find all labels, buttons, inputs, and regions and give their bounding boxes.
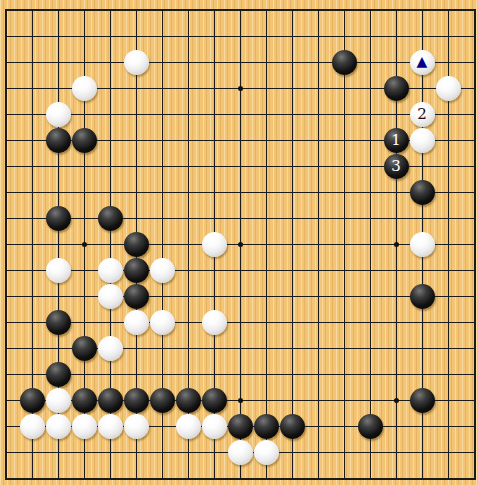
- board-cell[interactable]: [0, 413, 19, 439]
- board-cell[interactable]: [45, 257, 71, 283]
- board-cell[interactable]: [149, 309, 175, 335]
- board-cell[interactable]: [383, 179, 409, 205]
- board-cell[interactable]: [461, 361, 478, 387]
- board-cell[interactable]: [357, 101, 383, 127]
- board-cell[interactable]: [19, 439, 45, 465]
- board-cell[interactable]: [227, 0, 253, 23]
- board-cell[interactable]: [201, 153, 227, 179]
- board-cell[interactable]: [253, 413, 279, 439]
- board-cell[interactable]: [71, 23, 97, 49]
- board-cell[interactable]: [71, 231, 97, 257]
- board-cell[interactable]: [0, 75, 19, 101]
- board-cell[interactable]: [461, 153, 478, 179]
- board-cell[interactable]: [19, 413, 45, 439]
- board-cell[interactable]: [149, 127, 175, 153]
- board-cell[interactable]: [0, 283, 19, 309]
- board-cell[interactable]: [357, 335, 383, 361]
- board-cell[interactable]: [0, 23, 19, 49]
- board-cell[interactable]: [383, 361, 409, 387]
- board-cell[interactable]: [0, 205, 19, 231]
- board-cell[interactable]: [149, 413, 175, 439]
- board-cell[interactable]: [383, 101, 409, 127]
- board-cell[interactable]: [383, 49, 409, 75]
- board-cell[interactable]: [305, 257, 331, 283]
- board-cell[interactable]: [19, 49, 45, 75]
- board-cell[interactable]: [279, 127, 305, 153]
- board-cell[interactable]: [435, 465, 461, 485]
- board-cell[interactable]: [71, 439, 97, 465]
- board-cell[interactable]: [45, 153, 71, 179]
- board-cell[interactable]: [71, 309, 97, 335]
- board-cell[interactable]: 3: [383, 153, 409, 179]
- board-cell[interactable]: [19, 127, 45, 153]
- board-cell[interactable]: [71, 179, 97, 205]
- board-cell[interactable]: [227, 49, 253, 75]
- board-cell[interactable]: [253, 361, 279, 387]
- board-cell[interactable]: [435, 361, 461, 387]
- board-cell[interactable]: [149, 465, 175, 485]
- board-cell[interactable]: [409, 439, 435, 465]
- board-cell[interactable]: [71, 101, 97, 127]
- board-cell[interactable]: [461, 75, 478, 101]
- board-cell[interactable]: [253, 231, 279, 257]
- board-cell[interactable]: [409, 23, 435, 49]
- board-cell[interactable]: 2: [409, 101, 435, 127]
- board-cell[interactable]: [0, 309, 19, 335]
- board-cell[interactable]: [149, 75, 175, 101]
- board-cell[interactable]: [331, 231, 357, 257]
- board-cell[interactable]: [175, 257, 201, 283]
- board-cell[interactable]: [201, 179, 227, 205]
- board-cell[interactable]: [97, 101, 123, 127]
- board-cell[interactable]: [383, 283, 409, 309]
- board-cell[interactable]: [331, 465, 357, 485]
- board-cell[interactable]: [461, 179, 478, 205]
- board-cell[interactable]: [253, 49, 279, 75]
- board-cell[interactable]: [331, 283, 357, 309]
- board-cell[interactable]: [175, 387, 201, 413]
- board-cell[interactable]: [123, 439, 149, 465]
- board-cell[interactable]: [305, 179, 331, 205]
- board-cell[interactable]: [0, 49, 19, 75]
- board-cell[interactable]: [461, 465, 478, 485]
- board-cell[interactable]: [175, 413, 201, 439]
- board-cell[interactable]: [45, 439, 71, 465]
- board-cell[interactable]: [227, 283, 253, 309]
- board-cell[interactable]: [227, 439, 253, 465]
- board-cell[interactable]: [97, 127, 123, 153]
- board-cell[interactable]: [357, 49, 383, 75]
- board-cell[interactable]: [331, 153, 357, 179]
- board-cell[interactable]: [461, 101, 478, 127]
- board-cell[interactable]: [149, 283, 175, 309]
- board-cell[interactable]: [461, 23, 478, 49]
- board-cell[interactable]: [435, 387, 461, 413]
- board-cell[interactable]: [383, 257, 409, 283]
- board-cell[interactable]: [253, 127, 279, 153]
- board-cell[interactable]: [201, 75, 227, 101]
- board-cell[interactable]: [201, 465, 227, 485]
- board-cell[interactable]: [123, 153, 149, 179]
- board-cell[interactable]: [97, 309, 123, 335]
- board-cell[interactable]: [279, 309, 305, 335]
- board-cell[interactable]: [305, 101, 331, 127]
- board-cell[interactable]: [97, 335, 123, 361]
- board-cell[interactable]: [409, 231, 435, 257]
- board-cell[interactable]: [175, 0, 201, 23]
- board-cell[interactable]: [279, 23, 305, 49]
- board-cell[interactable]: [19, 153, 45, 179]
- board-cell[interactable]: [201, 0, 227, 23]
- board-cell[interactable]: [45, 179, 71, 205]
- board-cell[interactable]: [253, 335, 279, 361]
- board-cell[interactable]: [149, 179, 175, 205]
- board-cell[interactable]: [409, 257, 435, 283]
- board-cell[interactable]: [279, 361, 305, 387]
- board-cell[interactable]: [253, 75, 279, 101]
- board-cell[interactable]: [383, 75, 409, 101]
- board-cell[interactable]: [357, 309, 383, 335]
- board-cell[interactable]: [435, 49, 461, 75]
- board-cell[interactable]: [279, 413, 305, 439]
- board-cell[interactable]: [227, 153, 253, 179]
- board-cell[interactable]: [227, 101, 253, 127]
- board-cell[interactable]: [123, 465, 149, 485]
- board-cell[interactable]: [71, 413, 97, 439]
- board-cell[interactable]: [175, 283, 201, 309]
- board-cell[interactable]: [45, 465, 71, 485]
- board-cell[interactable]: [45, 361, 71, 387]
- board-cell[interactable]: [71, 361, 97, 387]
- board-cell[interactable]: [383, 413, 409, 439]
- board-cell[interactable]: [253, 101, 279, 127]
- board-cell[interactable]: [279, 179, 305, 205]
- board-cell[interactable]: [279, 335, 305, 361]
- board-cell[interactable]: [175, 361, 201, 387]
- board-cell[interactable]: [175, 49, 201, 75]
- board-cell[interactable]: [45, 413, 71, 439]
- board-cell[interactable]: [123, 0, 149, 23]
- board-cell[interactable]: [357, 127, 383, 153]
- board-cell[interactable]: [331, 413, 357, 439]
- board-cell[interactable]: [175, 205, 201, 231]
- board-cell[interactable]: [45, 283, 71, 309]
- board-cell[interactable]: [279, 101, 305, 127]
- board-cell[interactable]: [357, 0, 383, 23]
- board-cell[interactable]: [227, 205, 253, 231]
- board-cell[interactable]: [227, 387, 253, 413]
- board-cell[interactable]: [409, 179, 435, 205]
- board-cell[interactable]: [227, 413, 253, 439]
- board-cell[interactable]: [19, 335, 45, 361]
- board-cell[interactable]: [409, 309, 435, 335]
- board-cell[interactable]: [0, 153, 19, 179]
- board-cell[interactable]: [201, 231, 227, 257]
- board-cell[interactable]: [175, 179, 201, 205]
- board-cell[interactable]: [19, 179, 45, 205]
- board-cell[interactable]: [357, 283, 383, 309]
- board-cell[interactable]: [305, 127, 331, 153]
- board-cell[interactable]: [331, 127, 357, 153]
- board-cell[interactable]: [461, 257, 478, 283]
- board-cell[interactable]: [123, 127, 149, 153]
- board-cell[interactable]: [97, 205, 123, 231]
- board-cell[interactable]: [201, 361, 227, 387]
- board-cell[interactable]: [461, 49, 478, 75]
- board-cell[interactable]: [253, 309, 279, 335]
- board-cell[interactable]: [19, 465, 45, 485]
- board-cell[interactable]: [45, 335, 71, 361]
- board-cell[interactable]: [253, 439, 279, 465]
- board-cell[interactable]: [331, 23, 357, 49]
- board-cell[interactable]: [279, 205, 305, 231]
- board-cell[interactable]: [201, 387, 227, 413]
- board-cell[interactable]: [97, 465, 123, 485]
- board-cell[interactable]: [19, 257, 45, 283]
- board-cell[interactable]: [331, 439, 357, 465]
- board-cell[interactable]: [435, 335, 461, 361]
- board-cell[interactable]: [0, 101, 19, 127]
- board-cell[interactable]: [227, 257, 253, 283]
- board-cell[interactable]: [409, 335, 435, 361]
- board-cell[interactable]: [175, 153, 201, 179]
- board-cell[interactable]: [149, 0, 175, 23]
- board-cell[interactable]: [123, 49, 149, 75]
- board-cell[interactable]: [97, 257, 123, 283]
- board-cell[interactable]: [331, 205, 357, 231]
- board-cell[interactable]: [149, 335, 175, 361]
- board-cell[interactable]: [123, 309, 149, 335]
- board-cell[interactable]: [71, 283, 97, 309]
- board-cell[interactable]: [461, 309, 478, 335]
- board-cell[interactable]: [305, 231, 331, 257]
- board-cell[interactable]: [123, 257, 149, 283]
- board-cell[interactable]: [461, 283, 478, 309]
- board-cell[interactable]: [305, 335, 331, 361]
- board-cell[interactable]: [227, 75, 253, 101]
- board-cell[interactable]: [331, 179, 357, 205]
- board-cell[interactable]: [383, 309, 409, 335]
- board-cell[interactable]: [383, 23, 409, 49]
- board-cell[interactable]: [123, 205, 149, 231]
- board-cell[interactable]: [123, 335, 149, 361]
- board-cell[interactable]: [149, 387, 175, 413]
- board-cell[interactable]: [149, 205, 175, 231]
- board-cell[interactable]: [305, 205, 331, 231]
- board-cell[interactable]: [279, 283, 305, 309]
- board-cell[interactable]: [149, 23, 175, 49]
- board-cell[interactable]: [461, 335, 478, 361]
- board-cell[interactable]: [149, 361, 175, 387]
- board-cell[interactable]: [279, 387, 305, 413]
- board-cell[interactable]: [19, 309, 45, 335]
- board-cell[interactable]: [97, 49, 123, 75]
- board-cell[interactable]: [201, 413, 227, 439]
- board-cell[interactable]: [149, 153, 175, 179]
- board-cell[interactable]: [227, 335, 253, 361]
- board-cell[interactable]: [19, 231, 45, 257]
- board-cell[interactable]: [461, 127, 478, 153]
- board-cell[interactable]: 1: [383, 127, 409, 153]
- board-cell[interactable]: [331, 0, 357, 23]
- board-cell[interactable]: [97, 413, 123, 439]
- board-cell[interactable]: [19, 75, 45, 101]
- board-cell[interactable]: [461, 439, 478, 465]
- board-cell[interactable]: [357, 465, 383, 485]
- board-cell[interactable]: [201, 335, 227, 361]
- board-cell[interactable]: [279, 49, 305, 75]
- board-cell[interactable]: [435, 75, 461, 101]
- board-cell[interactable]: [331, 361, 357, 387]
- board-cell[interactable]: [435, 439, 461, 465]
- board-cell[interactable]: [97, 179, 123, 205]
- board-cell[interactable]: [123, 179, 149, 205]
- board-cell[interactable]: [279, 257, 305, 283]
- board-cell[interactable]: [253, 153, 279, 179]
- board-cell[interactable]: [71, 335, 97, 361]
- board-cell[interactable]: [383, 439, 409, 465]
- board-cell[interactable]: [357, 205, 383, 231]
- board-cell[interactable]: [253, 387, 279, 413]
- board-cell[interactable]: [279, 153, 305, 179]
- board-cell[interactable]: [71, 257, 97, 283]
- board-cell[interactable]: [123, 361, 149, 387]
- board-cell[interactable]: [45, 101, 71, 127]
- board-cell[interactable]: [227, 179, 253, 205]
- board-cell[interactable]: [305, 153, 331, 179]
- board-cell[interactable]: [279, 465, 305, 485]
- board-cell[interactable]: [435, 231, 461, 257]
- board-cell[interactable]: [357, 231, 383, 257]
- board-cell[interactable]: [331, 49, 357, 75]
- board-cell[interactable]: [149, 101, 175, 127]
- board-cell[interactable]: [331, 75, 357, 101]
- board-cell[interactable]: [227, 361, 253, 387]
- board-cell[interactable]: [409, 153, 435, 179]
- board-cell[interactable]: [19, 101, 45, 127]
- board-cell[interactable]: [227, 309, 253, 335]
- board-cell[interactable]: [175, 439, 201, 465]
- board-cell[interactable]: [357, 387, 383, 413]
- board-cell[interactable]: [45, 0, 71, 23]
- board-cell[interactable]: [253, 465, 279, 485]
- board-cell[interactable]: [227, 23, 253, 49]
- board-cell[interactable]: [123, 413, 149, 439]
- board-cell[interactable]: [279, 0, 305, 23]
- board-cell[interactable]: [305, 283, 331, 309]
- board-cell[interactable]: [435, 283, 461, 309]
- board-cell[interactable]: [383, 231, 409, 257]
- board-cell[interactable]: [331, 309, 357, 335]
- board-cell[interactable]: [383, 387, 409, 413]
- board-cell[interactable]: [97, 283, 123, 309]
- board-cell[interactable]: [461, 0, 478, 23]
- board-cell[interactable]: [305, 361, 331, 387]
- board-cell[interactable]: [123, 23, 149, 49]
- board-cell[interactable]: [253, 23, 279, 49]
- board-cell[interactable]: [0, 231, 19, 257]
- board-cell[interactable]: [175, 335, 201, 361]
- board-cell[interactable]: [357, 361, 383, 387]
- board-cell[interactable]: [357, 153, 383, 179]
- board-cell[interactable]: [331, 387, 357, 413]
- board-cell[interactable]: [227, 465, 253, 485]
- board-cell[interactable]: [435, 413, 461, 439]
- board-cell[interactable]: [305, 439, 331, 465]
- board-cell[interactable]: [71, 49, 97, 75]
- board-cell[interactable]: [253, 179, 279, 205]
- board-cell[interactable]: [409, 75, 435, 101]
- board-cell[interactable]: [0, 0, 19, 23]
- board-cell[interactable]: [0, 387, 19, 413]
- board-cell[interactable]: [97, 361, 123, 387]
- board-cell[interactable]: [175, 75, 201, 101]
- board-cell[interactable]: [201, 127, 227, 153]
- board-cell[interactable]: [409, 205, 435, 231]
- board-cell[interactable]: [435, 101, 461, 127]
- board-cell[interactable]: [357, 413, 383, 439]
- board-cell[interactable]: [149, 231, 175, 257]
- board-cell[interactable]: [331, 257, 357, 283]
- board-cell[interactable]: [305, 49, 331, 75]
- board-cell[interactable]: [331, 335, 357, 361]
- board-cell[interactable]: [227, 127, 253, 153]
- board-cell[interactable]: [175, 231, 201, 257]
- board-cell[interactable]: [305, 23, 331, 49]
- board-cell[interactable]: [97, 231, 123, 257]
- board-cell[interactable]: [123, 283, 149, 309]
- board-cell[interactable]: [383, 0, 409, 23]
- board-cell[interactable]: [383, 205, 409, 231]
- board-cell[interactable]: [435, 153, 461, 179]
- board-cell[interactable]: [253, 205, 279, 231]
- board-cell[interactable]: [227, 231, 253, 257]
- board-cell[interactable]: [45, 387, 71, 413]
- board-cell[interactable]: [149, 257, 175, 283]
- board-cell[interactable]: [71, 205, 97, 231]
- board-cell[interactable]: [305, 75, 331, 101]
- board-cell[interactable]: [201, 101, 227, 127]
- board-cell[interactable]: [123, 231, 149, 257]
- board-cell[interactable]: [435, 127, 461, 153]
- board-cell[interactable]: [409, 127, 435, 153]
- board-cell[interactable]: [45, 309, 71, 335]
- board-cell[interactable]: [71, 75, 97, 101]
- board-cell[interactable]: [0, 465, 19, 485]
- board-cell[interactable]: [19, 361, 45, 387]
- board-cell[interactable]: [45, 23, 71, 49]
- board-cell[interactable]: [45, 205, 71, 231]
- board-cell[interactable]: [0, 361, 19, 387]
- board-cell[interactable]: [357, 257, 383, 283]
- board-cell[interactable]: [175, 465, 201, 485]
- board-cell[interactable]: [201, 205, 227, 231]
- board-cell[interactable]: [279, 231, 305, 257]
- board-cell[interactable]: [19, 0, 45, 23]
- board-cell[interactable]: [19, 205, 45, 231]
- board-cell[interactable]: [97, 0, 123, 23]
- board-cell[interactable]: [435, 205, 461, 231]
- board-cell[interactable]: [357, 23, 383, 49]
- board-cell[interactable]: [383, 465, 409, 485]
- board-cell[interactable]: [409, 283, 435, 309]
- board-cell[interactable]: [409, 465, 435, 485]
- board-cell[interactable]: [357, 439, 383, 465]
- board-cell[interactable]: [19, 283, 45, 309]
- board-cell[interactable]: [409, 361, 435, 387]
- board-cell[interactable]: [149, 49, 175, 75]
- board-cell[interactable]: [253, 257, 279, 283]
